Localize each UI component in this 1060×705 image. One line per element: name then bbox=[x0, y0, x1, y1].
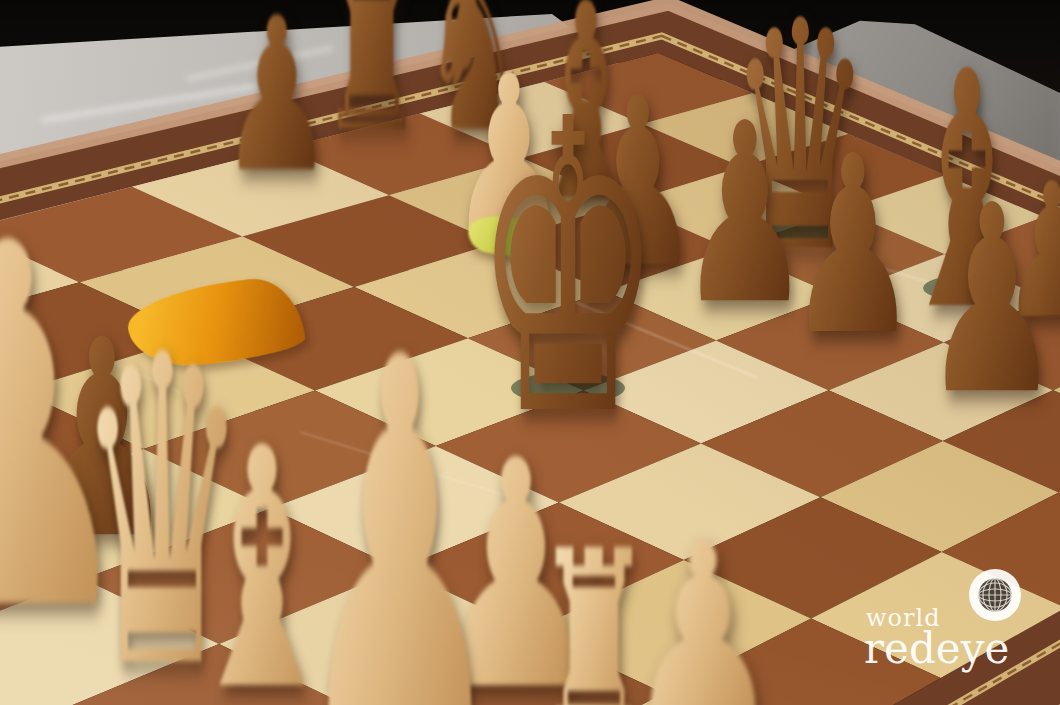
felt-base bbox=[58, 507, 146, 533]
felt-base bbox=[950, 364, 1034, 388]
chess-photo-scene: ♜♞♝♟♟♛♝♟♟♟♟♚♟♟♟♛♝♟♟♜♟ world redeye bbox=[0, 0, 1060, 705]
felt-base bbox=[473, 212, 545, 234]
felt-base bbox=[705, 274, 785, 298]
felt-base bbox=[813, 306, 893, 330]
watermark-line2: redeye bbox=[864, 624, 1009, 673]
felt-base bbox=[511, 372, 625, 404]
felt-base bbox=[600, 240, 676, 262]
felt-base bbox=[923, 275, 1011, 301]
felt-base bbox=[757, 219, 843, 243]
globe-icon bbox=[966, 566, 1024, 624]
watermark: world redeye bbox=[862, 562, 1052, 677]
